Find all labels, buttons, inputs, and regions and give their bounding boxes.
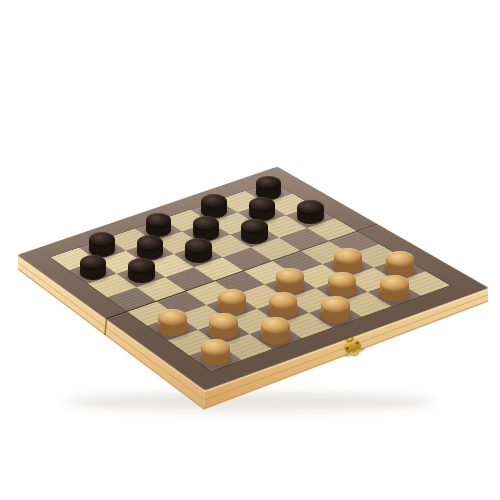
product-photo — [0, 0, 500, 500]
ground-shadow — [65, 392, 435, 412]
